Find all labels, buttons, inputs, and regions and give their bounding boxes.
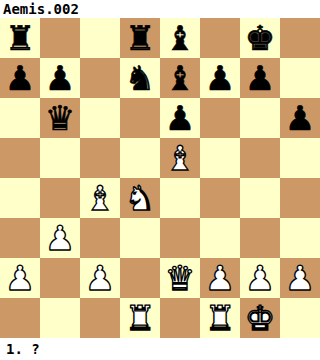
square-h7[interactable] (280, 58, 320, 98)
white-knight-d4[interactable]: ♞ (125, 178, 155, 218)
square-a3[interactable] (0, 218, 40, 258)
square-d7[interactable]: ♞ (120, 58, 160, 98)
square-f4[interactable] (200, 178, 240, 218)
square-f2[interactable]: ♟ (200, 258, 240, 298)
square-a7[interactable]: ♟ (0, 58, 40, 98)
square-e8[interactable]: ♝ (160, 18, 200, 58)
square-c4[interactable]: ♝ (80, 178, 120, 218)
move-prompt: 1. ? (0, 338, 320, 360)
black-pawn-g7[interactable]: ♟ (245, 58, 275, 98)
black-king-g8[interactable]: ♚ (245, 18, 275, 58)
square-g3[interactable] (240, 218, 280, 258)
square-g6[interactable] (240, 98, 280, 138)
square-a6[interactable] (0, 98, 40, 138)
square-h5[interactable] (280, 138, 320, 178)
black-pawn-h6[interactable]: ♟ (285, 98, 315, 138)
square-a2[interactable]: ♟ (0, 258, 40, 298)
square-b6[interactable]: ♛ (40, 98, 80, 138)
square-g1[interactable]: ♚ (240, 298, 280, 338)
black-pawn-b7[interactable]: ♟ (45, 58, 75, 98)
square-h4[interactable] (280, 178, 320, 218)
square-d1[interactable]: ♜ (120, 298, 160, 338)
square-c2[interactable]: ♟ (80, 258, 120, 298)
square-c5[interactable] (80, 138, 120, 178)
square-e1[interactable] (160, 298, 200, 338)
square-d8[interactable]: ♜ (120, 18, 160, 58)
chess-board: ♜♜♝♚♟♟♞♝♟♟♛♟♟♝♝♞♟♟♟♛♟♟♟♜♜♚ (0, 18, 320, 338)
white-pawn-g2[interactable]: ♟ (245, 258, 275, 298)
white-pawn-b3[interactable]: ♟ (45, 218, 75, 258)
square-e2[interactable]: ♛ (160, 258, 200, 298)
black-rook-d8[interactable]: ♜ (125, 18, 155, 58)
square-e4[interactable] (160, 178, 200, 218)
square-d3[interactable] (120, 218, 160, 258)
square-e6[interactable]: ♟ (160, 98, 200, 138)
white-pawn-h2[interactable]: ♟ (285, 258, 315, 298)
black-bishop-e8[interactable]: ♝ (165, 18, 195, 58)
square-c8[interactable] (80, 18, 120, 58)
white-rook-f1[interactable]: ♜ (205, 298, 235, 338)
square-d5[interactable] (120, 138, 160, 178)
square-e5[interactable]: ♝ (160, 138, 200, 178)
white-bishop-e5[interactable]: ♝ (165, 138, 195, 178)
square-h3[interactable] (280, 218, 320, 258)
square-c6[interactable] (80, 98, 120, 138)
square-b1[interactable] (40, 298, 80, 338)
square-b7[interactable]: ♟ (40, 58, 80, 98)
square-b4[interactable] (40, 178, 80, 218)
square-f3[interactable] (200, 218, 240, 258)
black-pawn-f7[interactable]: ♟ (205, 58, 235, 98)
square-c7[interactable] (80, 58, 120, 98)
square-g2[interactable]: ♟ (240, 258, 280, 298)
square-f6[interactable] (200, 98, 240, 138)
black-queen-b6[interactable]: ♛ (45, 98, 75, 138)
square-g4[interactable] (240, 178, 280, 218)
square-a8[interactable]: ♜ (0, 18, 40, 58)
square-f7[interactable]: ♟ (200, 58, 240, 98)
white-pawn-a2[interactable]: ♟ (5, 258, 35, 298)
square-a1[interactable] (0, 298, 40, 338)
black-bishop-e7[interactable]: ♝ (165, 58, 195, 98)
square-d2[interactable] (120, 258, 160, 298)
black-knight-d7[interactable]: ♞ (125, 58, 155, 98)
square-h6[interactable]: ♟ (280, 98, 320, 138)
black-pawn-a7[interactable]: ♟ (5, 58, 35, 98)
black-rook-a8[interactable]: ♜ (5, 18, 35, 58)
white-bishop-c4[interactable]: ♝ (85, 178, 115, 218)
white-king-g1[interactable]: ♚ (245, 298, 275, 338)
white-pawn-f2[interactable]: ♟ (205, 258, 235, 298)
square-a5[interactable] (0, 138, 40, 178)
square-c3[interactable] (80, 218, 120, 258)
white-rook-d1[interactable]: ♜ (125, 298, 155, 338)
square-f1[interactable]: ♜ (200, 298, 240, 338)
square-f8[interactable] (200, 18, 240, 58)
puzzle-title: Aemis.002 (0, 0, 320, 18)
square-h1[interactable] (280, 298, 320, 338)
black-pawn-e6[interactable]: ♟ (165, 98, 195, 138)
square-c1[interactable] (80, 298, 120, 338)
square-h2[interactable]: ♟ (280, 258, 320, 298)
square-g5[interactable] (240, 138, 280, 178)
square-e7[interactable]: ♝ (160, 58, 200, 98)
square-a4[interactable] (0, 178, 40, 218)
square-b8[interactable] (40, 18, 80, 58)
square-g7[interactable]: ♟ (240, 58, 280, 98)
square-b3[interactable]: ♟ (40, 218, 80, 258)
square-f5[interactable] (200, 138, 240, 178)
square-b5[interactable] (40, 138, 80, 178)
square-d4[interactable]: ♞ (120, 178, 160, 218)
square-e3[interactable] (160, 218, 200, 258)
square-b2[interactable] (40, 258, 80, 298)
chess-diagram-window: Aemis.002 ♜♜♝♚♟♟♞♝♟♟♛♟♟♝♝♞♟♟♟♛♟♟♟♜♜♚ 1. … (0, 0, 320, 360)
white-pawn-c2[interactable]: ♟ (85, 258, 115, 298)
square-d6[interactable] (120, 98, 160, 138)
square-g8[interactable]: ♚ (240, 18, 280, 58)
white-queen-e2[interactable]: ♛ (165, 258, 195, 298)
square-h8[interactable] (280, 18, 320, 58)
